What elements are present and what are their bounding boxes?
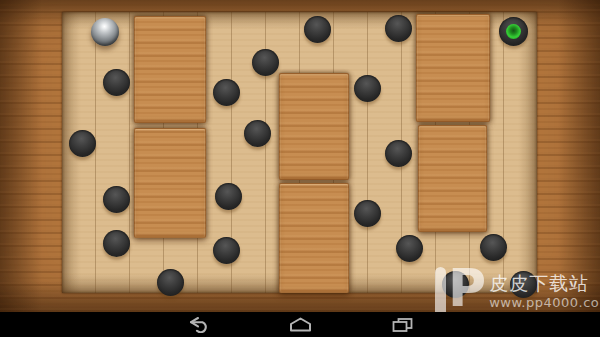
back-arrow-icon <box>187 316 212 333</box>
hole <box>354 75 381 102</box>
wall-block <box>279 73 349 180</box>
recents-button[interactable] <box>382 312 422 337</box>
home-icon <box>288 317 313 332</box>
hole <box>103 230 130 257</box>
home-button[interactable] <box>280 312 320 337</box>
wall-block <box>134 128 206 238</box>
goal-green-hole <box>499 17 528 46</box>
hole <box>396 235 423 262</box>
hole <box>213 237 240 264</box>
hole <box>304 16 331 43</box>
wall-block <box>418 125 487 232</box>
goal-green-dot <box>506 24 521 39</box>
steel-ball <box>91 18 119 46</box>
hole <box>103 186 130 213</box>
hole <box>442 271 469 298</box>
hole <box>103 69 130 96</box>
hole <box>252 49 279 76</box>
recent-apps-icon <box>391 317 414 333</box>
playfield <box>62 12 537 293</box>
teeter-game-screen: P 皮皮下载站 www.pp4000.com <box>0 0 600 337</box>
hole <box>354 200 381 227</box>
wall-block <box>416 14 490 122</box>
hole <box>213 79 240 106</box>
hole <box>385 140 412 167</box>
wall-block <box>279 183 349 293</box>
wall-block <box>134 16 206 123</box>
android-navbar <box>0 312 600 337</box>
hole <box>480 234 507 261</box>
back-button[interactable] <box>179 312 219 337</box>
hole <box>157 269 184 296</box>
hole <box>69 130 96 157</box>
hole <box>215 183 242 210</box>
hole <box>385 15 412 42</box>
hole <box>510 271 537 298</box>
hole <box>244 120 271 147</box>
